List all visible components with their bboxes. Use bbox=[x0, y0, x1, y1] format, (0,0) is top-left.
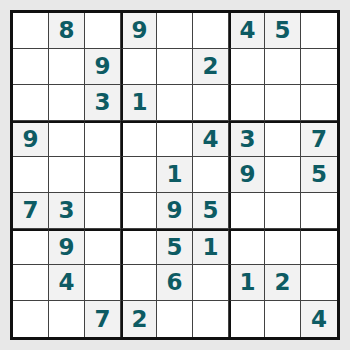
cell-r2c7[interactable] bbox=[229, 49, 265, 85]
cell-r8c6[interactable] bbox=[193, 265, 229, 301]
cell-r2c2[interactable] bbox=[49, 49, 85, 85]
cell-r4c7[interactable]: 3 bbox=[229, 121, 265, 157]
cell-r8c2[interactable]: 4 bbox=[49, 265, 85, 301]
cell-r8c9[interactable] bbox=[301, 265, 337, 301]
cell-r4c2[interactable] bbox=[49, 121, 85, 157]
cell-r4c4[interactable] bbox=[121, 121, 157, 157]
cell-r5c5[interactable]: 1 bbox=[157, 157, 193, 193]
cell-r7c3[interactable] bbox=[85, 229, 121, 265]
cell-r1c4[interactable]: 9 bbox=[121, 13, 157, 49]
cell-r1c1[interactable] bbox=[13, 13, 49, 49]
cell-r4c6[interactable]: 4 bbox=[193, 121, 229, 157]
cell-r9c8[interactable] bbox=[265, 301, 301, 337]
cell-r6c4[interactable] bbox=[121, 193, 157, 229]
cell-r9c9[interactable]: 4 bbox=[301, 301, 337, 337]
cell-r7c6[interactable]: 1 bbox=[193, 229, 229, 265]
cell-r2c1[interactable] bbox=[13, 49, 49, 85]
cell-r1c2[interactable]: 8 bbox=[49, 13, 85, 49]
cell-r6c9[interactable] bbox=[301, 193, 337, 229]
cell-r5c6[interactable] bbox=[193, 157, 229, 193]
cell-r1c5[interactable] bbox=[157, 13, 193, 49]
cell-r5c8[interactable] bbox=[265, 157, 301, 193]
cell-r5c9[interactable]: 5 bbox=[301, 157, 337, 193]
cell-r5c7[interactable]: 9 bbox=[229, 157, 265, 193]
cell-r4c9[interactable]: 7 bbox=[301, 121, 337, 157]
cell-r3c4[interactable]: 1 bbox=[121, 85, 157, 121]
cell-r6c8[interactable] bbox=[265, 193, 301, 229]
cell-r9c5[interactable] bbox=[157, 301, 193, 337]
cell-r9c4[interactable]: 2 bbox=[121, 301, 157, 337]
cell-r3c3[interactable]: 3 bbox=[85, 85, 121, 121]
cell-r2c9[interactable] bbox=[301, 49, 337, 85]
cell-r9c3[interactable]: 7 bbox=[85, 301, 121, 337]
cell-r5c2[interactable] bbox=[49, 157, 85, 193]
cell-r7c5[interactable]: 5 bbox=[157, 229, 193, 265]
sudoku-widget: 89459231943719573959514612724 bbox=[0, 0, 350, 350]
cell-r3c8[interactable] bbox=[265, 85, 301, 121]
cell-r4c5[interactable] bbox=[157, 121, 193, 157]
cell-r8c5[interactable]: 6 bbox=[157, 265, 193, 301]
cell-r3c9[interactable] bbox=[301, 85, 337, 121]
cell-r1c9[interactable] bbox=[301, 13, 337, 49]
cell-r7c8[interactable] bbox=[265, 229, 301, 265]
cell-r5c1[interactable] bbox=[13, 157, 49, 193]
cell-r6c7[interactable] bbox=[229, 193, 265, 229]
cell-r2c4[interactable] bbox=[121, 49, 157, 85]
cell-r3c6[interactable] bbox=[193, 85, 229, 121]
cell-r8c3[interactable] bbox=[85, 265, 121, 301]
cell-r9c2[interactable] bbox=[49, 301, 85, 337]
cell-r3c5[interactable] bbox=[157, 85, 193, 121]
cell-r3c1[interactable] bbox=[13, 85, 49, 121]
cell-r8c1[interactable] bbox=[13, 265, 49, 301]
cell-r5c3[interactable] bbox=[85, 157, 121, 193]
cell-r4c3[interactable] bbox=[85, 121, 121, 157]
cell-r7c7[interactable] bbox=[229, 229, 265, 265]
cell-r8c4[interactable] bbox=[121, 265, 157, 301]
cell-r1c3[interactable] bbox=[85, 13, 121, 49]
cell-r9c1[interactable] bbox=[13, 301, 49, 337]
cell-r3c2[interactable] bbox=[49, 85, 85, 121]
cell-r4c1[interactable]: 9 bbox=[13, 121, 49, 157]
cell-r1c6[interactable] bbox=[193, 13, 229, 49]
cell-r8c8[interactable]: 2 bbox=[265, 265, 301, 301]
cell-r2c8[interactable] bbox=[265, 49, 301, 85]
cell-r7c2[interactable]: 9 bbox=[49, 229, 85, 265]
cell-r2c6[interactable]: 2 bbox=[193, 49, 229, 85]
cell-r6c6[interactable]: 5 bbox=[193, 193, 229, 229]
cell-r6c2[interactable]: 3 bbox=[49, 193, 85, 229]
cell-r1c8[interactable]: 5 bbox=[265, 13, 301, 49]
cell-r4c8[interactable] bbox=[265, 121, 301, 157]
cell-r6c1[interactable]: 7 bbox=[13, 193, 49, 229]
cell-r2c5[interactable] bbox=[157, 49, 193, 85]
sudoku-board: 89459231943719573959514612724 bbox=[10, 10, 340, 340]
cell-r5c4[interactable] bbox=[121, 157, 157, 193]
cell-r9c7[interactable] bbox=[229, 301, 265, 337]
cell-r7c4[interactable] bbox=[121, 229, 157, 265]
cell-r3c7[interactable] bbox=[229, 85, 265, 121]
cell-r7c1[interactable] bbox=[13, 229, 49, 265]
cell-r8c7[interactable]: 1 bbox=[229, 265, 265, 301]
cell-r1c7[interactable]: 4 bbox=[229, 13, 265, 49]
cell-r6c3[interactable] bbox=[85, 193, 121, 229]
cell-r7c9[interactable] bbox=[301, 229, 337, 265]
cell-r2c3[interactable]: 9 bbox=[85, 49, 121, 85]
cell-r6c5[interactable]: 9 bbox=[157, 193, 193, 229]
cell-r9c6[interactable] bbox=[193, 301, 229, 337]
